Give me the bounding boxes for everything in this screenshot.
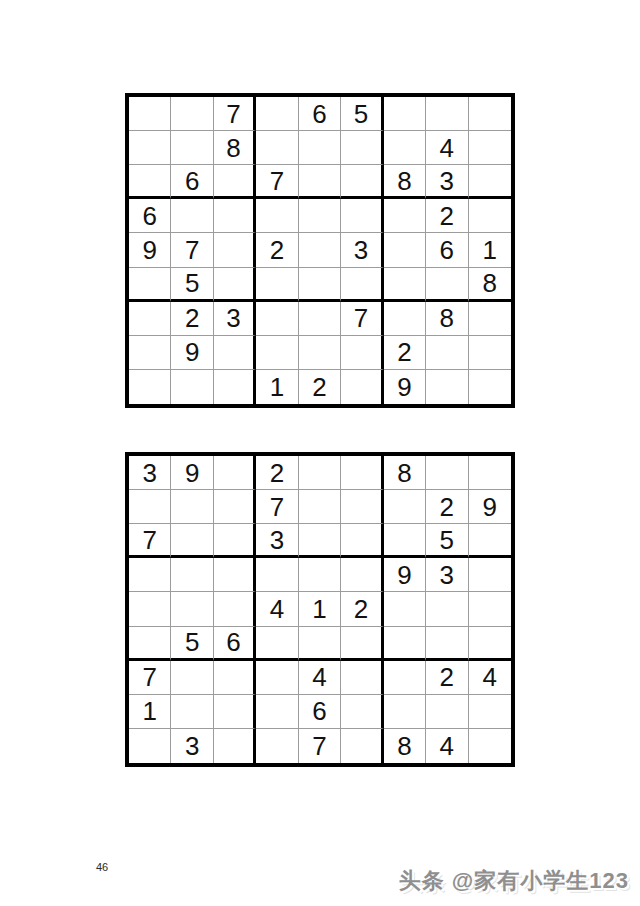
puzzle-1-cell-r1c9 — [469, 97, 511, 131]
puzzle-2-cell-r9c9 — [469, 729, 511, 763]
puzzle-1-cell-r6c6 — [341, 268, 383, 302]
puzzle-1-cell-r3c6 — [341, 165, 383, 199]
puzzle-1-cell-r9c7: 9 — [384, 370, 426, 404]
puzzle-1-cell-r8c2: 9 — [171, 336, 213, 370]
puzzle-2-cell-r7c4 — [256, 661, 298, 695]
puzzle-2-cell-r4c8: 3 — [426, 558, 468, 592]
puzzle-2-cell-r5c6: 2 — [341, 592, 383, 626]
puzzle-2-cell-r4c6 — [341, 558, 383, 592]
puzzle-2-cell-r1c5 — [299, 456, 341, 490]
puzzle-2-cell-r6c6 — [341, 627, 383, 661]
puzzle-2-cell-r2c6 — [341, 490, 383, 524]
puzzle-2-cell-r2c3 — [214, 490, 256, 524]
puzzle-1-cell-r7c9 — [469, 302, 511, 336]
puzzle-2-cell-r3c5 — [299, 524, 341, 558]
puzzle-1-cell-r9c8 — [426, 370, 468, 404]
puzzle-1-cell-r7c1 — [129, 302, 171, 336]
puzzle-1-cell-r9c1 — [129, 370, 171, 404]
puzzle-2-cell-r3c1: 7 — [129, 524, 171, 558]
puzzle-1-cell-r4c9 — [469, 199, 511, 233]
puzzle-2-cell-r3c8: 5 — [426, 524, 468, 558]
puzzle-1-cell-r5c6: 3 — [341, 233, 383, 267]
puzzle-1-cell-r7c3: 3 — [214, 302, 256, 336]
puzzle-1-cell-r1c8 — [426, 97, 468, 131]
puzzle-2-cell-r9c5: 7 — [299, 729, 341, 763]
puzzle-1-cell-r9c2 — [171, 370, 213, 404]
puzzle-1-cell-r6c3 — [214, 268, 256, 302]
puzzle-2-cell-r9c1 — [129, 729, 171, 763]
puzzle-2-cell-r7c1: 7 — [129, 661, 171, 695]
puzzle-2-cell-r8c5: 6 — [299, 695, 341, 729]
puzzle-2-cell-r9c3 — [214, 729, 256, 763]
puzzle-1-cell-r8c6 — [341, 336, 383, 370]
puzzle-1-cell-r3c8: 3 — [426, 165, 468, 199]
puzzle-1-cell-r5c7 — [384, 233, 426, 267]
puzzle-1-cell-r6c9: 8 — [469, 268, 511, 302]
puzzle-2-cell-r1c4: 2 — [256, 456, 298, 490]
puzzle-1-cell-r9c6 — [341, 370, 383, 404]
puzzle-2-cell-r1c3 — [214, 456, 256, 490]
puzzle-1-cell-r6c8 — [426, 268, 468, 302]
puzzle-2-cell-r2c4: 7 — [256, 490, 298, 524]
puzzle-2-cell-r4c1 — [129, 558, 171, 592]
puzzle-2-cell-r8c6 — [341, 695, 383, 729]
puzzle-2-cell-r1c7: 8 — [384, 456, 426, 490]
puzzle-2-cell-r7c6 — [341, 661, 383, 695]
puzzle-1-cell-r8c7: 2 — [384, 336, 426, 370]
puzzle-1-cell-r3c9 — [469, 165, 511, 199]
puzzle-1-cell-r9c9 — [469, 370, 511, 404]
puzzle-2-cell-r2c2 — [171, 490, 213, 524]
puzzle-1-cell-r1c5: 6 — [299, 97, 341, 131]
puzzle-2-cell-r2c1 — [129, 490, 171, 524]
puzzle-2-cell-r7c8: 2 — [426, 661, 468, 695]
puzzle-2-cell-r5c2 — [171, 592, 213, 626]
puzzle-1-cell-r5c5 — [299, 233, 341, 267]
puzzle-1-cell-r1c4 — [256, 97, 298, 131]
puzzle-2-cell-r5c9 — [469, 592, 511, 626]
puzzle-1-cell-r4c6 — [341, 199, 383, 233]
puzzle-2-cell-r1c6 — [341, 456, 383, 490]
puzzle-2-cell-r7c2 — [171, 661, 213, 695]
puzzle-2-cell-r8c3 — [214, 695, 256, 729]
puzzle-1-cell-r6c1 — [129, 268, 171, 302]
puzzle-2-cell-r2c5 — [299, 490, 341, 524]
puzzle-2-cell-r4c9 — [469, 558, 511, 592]
puzzle-2-cell-r4c2 — [171, 558, 213, 592]
puzzle-1-cell-r5c3 — [214, 233, 256, 267]
puzzle-1-cell-r8c9 — [469, 336, 511, 370]
puzzle-1-cell-r8c8 — [426, 336, 468, 370]
puzzle-2-cell-r8c2 — [171, 695, 213, 729]
puzzle-2-cell-r7c7 — [384, 661, 426, 695]
puzzle-1-cell-r8c5 — [299, 336, 341, 370]
puzzle-1-cell-r2c5 — [299, 131, 341, 165]
puzzle-1-cell-r3c5 — [299, 165, 341, 199]
puzzle-2-cell-r4c4 — [256, 558, 298, 592]
puzzle-1-cell-r8c1 — [129, 336, 171, 370]
puzzle-1-cell-r2c1 — [129, 131, 171, 165]
watermark: 头条 @家有小学生123 — [399, 866, 629, 896]
puzzle-1-cell-r5c1: 9 — [129, 233, 171, 267]
page-number: 46 — [96, 861, 108, 873]
puzzle-2-cell-r1c9 — [469, 456, 511, 490]
puzzle-2-cell-r9c7: 8 — [384, 729, 426, 763]
puzzle-2-cell-r8c8 — [426, 695, 468, 729]
puzzle-2-cell-r5c8 — [426, 592, 468, 626]
puzzle-1-cell-r5c2: 7 — [171, 233, 213, 267]
puzzle-2-cell-r3c4: 3 — [256, 524, 298, 558]
puzzle-2-cell-r2c9: 9 — [469, 490, 511, 524]
puzzle-2-cell-r7c5: 4 — [299, 661, 341, 695]
puzzle-1-cell-r7c5 — [299, 302, 341, 336]
puzzle-1-cell-r9c5: 2 — [299, 370, 341, 404]
puzzle-2-cell-r5c3 — [214, 592, 256, 626]
puzzle-2-cell-r8c7 — [384, 695, 426, 729]
puzzle-1-cell-r5c4: 2 — [256, 233, 298, 267]
puzzle-1-cell-r1c2 — [171, 97, 213, 131]
puzzle-1-cell-r5c9: 1 — [469, 233, 511, 267]
puzzle-2-cell-r6c2: 5 — [171, 627, 213, 661]
puzzle-1-cell-r7c2: 2 — [171, 302, 213, 336]
puzzle-1-cell-r2c2 — [171, 131, 213, 165]
puzzle-1-cell-r1c3: 7 — [214, 97, 256, 131]
puzzle-2-cell-r4c5 — [299, 558, 341, 592]
puzzle-2-cell-r3c9 — [469, 524, 511, 558]
puzzle-1-cell-r4c7 — [384, 199, 426, 233]
puzzle-1-cell-r9c4: 1 — [256, 370, 298, 404]
puzzle-2-cell-r3c2 — [171, 524, 213, 558]
puzzle-1-cell-r2c7 — [384, 131, 426, 165]
puzzle-1-cell-r3c1 — [129, 165, 171, 199]
puzzle-1-cell-r3c7: 8 — [384, 165, 426, 199]
puzzle-1-cell-r4c3 — [214, 199, 256, 233]
puzzle-1-cell-r7c7 — [384, 302, 426, 336]
puzzle-1-cell-r1c7 — [384, 97, 426, 131]
puzzle-2-cell-r9c4 — [256, 729, 298, 763]
puzzle-2-cell-r6c5 — [299, 627, 341, 661]
puzzle-1-cell-r9c3 — [214, 370, 256, 404]
puzzle-2-cell-r6c4 — [256, 627, 298, 661]
puzzle-2-cell-r9c2: 3 — [171, 729, 213, 763]
puzzle-2-cell-r1c8 — [426, 456, 468, 490]
puzzle-1-cell-r7c4 — [256, 302, 298, 336]
puzzle-2-cell-r6c7 — [384, 627, 426, 661]
puzzle-1-cell-r3c2: 6 — [171, 165, 213, 199]
puzzle-2-cell-r1c1: 3 — [129, 456, 171, 490]
puzzle-2-cell-r6c8 — [426, 627, 468, 661]
puzzle-2-cell-r5c5: 1 — [299, 592, 341, 626]
puzzle-2-cell-r8c1: 1 — [129, 695, 171, 729]
puzzle-2-cell-r6c1 — [129, 627, 171, 661]
puzzle-2-cell-r5c7 — [384, 592, 426, 626]
puzzle-1-cell-r2c3: 8 — [214, 131, 256, 165]
puzzle-1-cell-r6c5 — [299, 268, 341, 302]
puzzle-1-cell-r1c1 — [129, 97, 171, 131]
puzzle-2-cell-r7c9: 4 — [469, 661, 511, 695]
puzzle-1-cell-r4c1: 6 — [129, 199, 171, 233]
puzzle-2-cell-r9c8: 4 — [426, 729, 468, 763]
puzzle-1-cell-r3c4: 7 — [256, 165, 298, 199]
puzzle-2-cell-r4c7: 9 — [384, 558, 426, 592]
puzzle-1-cell-r4c2 — [171, 199, 213, 233]
sudoku-grid-2: 392872973593412567424163784 — [125, 452, 515, 767]
sudoku-grid-1: 7658467836297236158237892129 — [125, 93, 515, 408]
puzzle-2-cell-r7c3 — [214, 661, 256, 695]
puzzle-1-cell-r2c4 — [256, 131, 298, 165]
puzzle-2-cell-r3c6 — [341, 524, 383, 558]
puzzle-2-cell-r4c3 — [214, 558, 256, 592]
puzzle-1-cell-r2c9 — [469, 131, 511, 165]
puzzle-2-cell-r3c7 — [384, 524, 426, 558]
puzzle-2-cell-r3c3 — [214, 524, 256, 558]
puzzle-1-cell-r2c8: 4 — [426, 131, 468, 165]
puzzle-1-cell-r4c4 — [256, 199, 298, 233]
puzzle-1-cell-r1c6: 5 — [341, 97, 383, 131]
puzzle-1-cell-r7c8: 8 — [426, 302, 468, 336]
puzzle-2-cell-r1c2: 9 — [171, 456, 213, 490]
puzzle-2-cell-r5c1 — [129, 592, 171, 626]
puzzle-2-cell-r2c7 — [384, 490, 426, 524]
puzzle-1-cell-r7c6: 7 — [341, 302, 383, 336]
puzzle-1-cell-r8c3 — [214, 336, 256, 370]
puzzle-1-cell-r6c4 — [256, 268, 298, 302]
puzzle-2-cell-r8c4 — [256, 695, 298, 729]
worksheet-page: 7658467836297236158237892129 39287297359… — [0, 0, 640, 906]
puzzle-2-cell-r8c9 — [469, 695, 511, 729]
puzzle-1-cell-r2c6 — [341, 131, 383, 165]
puzzle-1-cell-r6c2: 5 — [171, 268, 213, 302]
puzzle-1-cell-r3c3 — [214, 165, 256, 199]
puzzle-2-cell-r6c9 — [469, 627, 511, 661]
puzzle-1-cell-r6c7 — [384, 268, 426, 302]
puzzle-2-cell-r5c4: 4 — [256, 592, 298, 626]
puzzle-2-cell-r9c6 — [341, 729, 383, 763]
puzzle-2-cell-r2c8: 2 — [426, 490, 468, 524]
puzzle-1-cell-r8c4 — [256, 336, 298, 370]
puzzle-1-cell-r4c8: 2 — [426, 199, 468, 233]
puzzle-2-cell-r6c3: 6 — [214, 627, 256, 661]
puzzle-1-cell-r4c5 — [299, 199, 341, 233]
puzzle-1-cell-r5c8: 6 — [426, 233, 468, 267]
